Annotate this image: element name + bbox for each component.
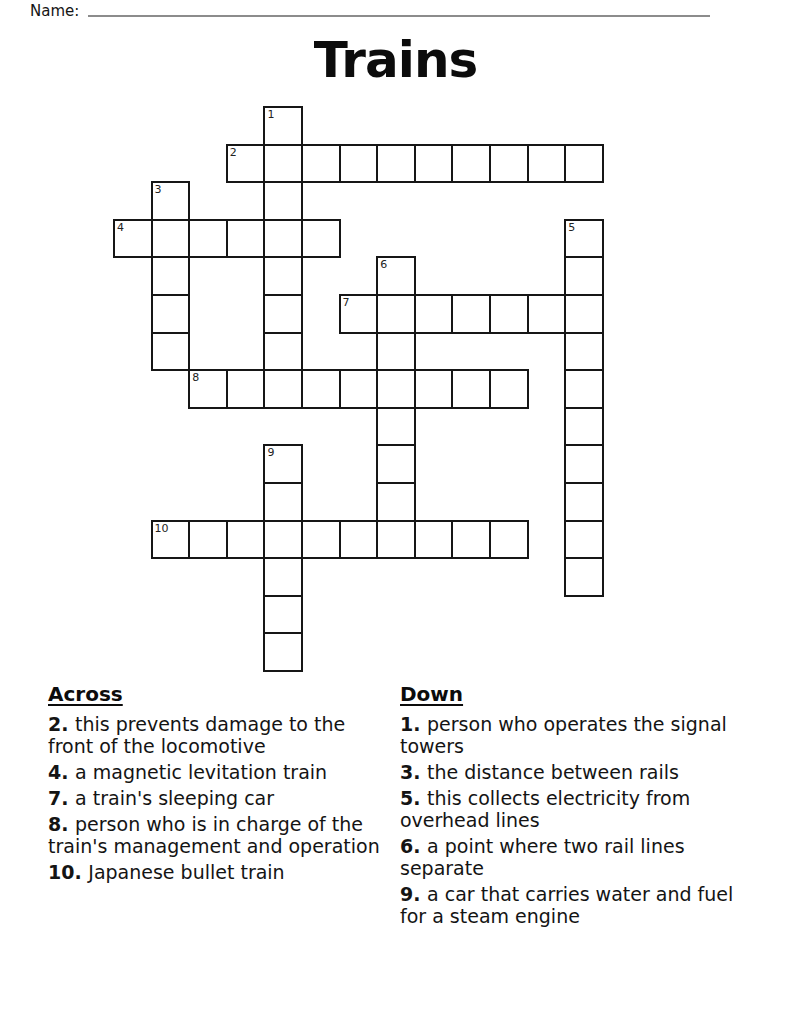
clue-number: 4 [117,221,124,234]
grid-cell[interactable] [414,144,454,184]
grid-cell[interactable] [489,520,529,560]
grid-cell[interactable] [451,144,491,184]
clue-text: the distance between rails [427,761,679,783]
grid-cell[interactable]: 6 [376,256,416,296]
grid-cell[interactable] [263,144,303,184]
clue-item: 2. this prevents damage to the front of … [48,713,388,757]
grid-cell[interactable] [188,520,228,560]
grid-cell[interactable] [263,256,303,296]
grid-cell[interactable]: 10 [151,520,191,560]
grid-cell[interactable]: 5 [564,219,604,259]
clue-text: a magnetic levitation train [75,761,327,783]
clue-number-label: 5. [400,787,427,809]
grid-cell[interactable] [188,219,228,259]
down-clue-list: 1. person who operates the signal towers… [400,713,745,927]
grid-cell[interactable] [414,294,454,334]
grid-cell[interactable] [226,219,266,259]
grid-cell[interactable] [151,332,191,372]
clue-item: 8. person who is in charge of the train'… [48,813,388,857]
clue-item: 6. a point where two rail lines separate [400,835,745,879]
grid-cell[interactable] [263,294,303,334]
clue-number: 5 [568,221,575,234]
grid-cell[interactable] [489,294,529,334]
grid-cell[interactable]: 9 [263,444,303,484]
grid-cell[interactable] [376,294,416,334]
grid-cell[interactable] [263,520,303,560]
clue-item: 1. person who operates the signal towers [400,713,745,757]
grid-cell[interactable] [263,181,303,221]
grid-cell[interactable] [339,520,379,560]
grid-cell[interactable] [263,595,303,635]
clue-number-label: 6. [400,835,427,857]
grid-cell[interactable] [151,256,191,296]
grid-cell[interactable]: 3 [151,181,191,221]
clue-number: 3 [155,183,162,196]
grid-cell[interactable] [376,482,416,522]
clue-item: 3. the distance between rails [400,761,745,783]
grid-cell[interactable] [376,444,416,484]
clue-text: Japanese bullet train [88,861,284,883]
grid-cell[interactable] [263,482,303,522]
grid-cell[interactable] [376,144,416,184]
grid-cell[interactable] [564,256,604,296]
grid-cell[interactable] [564,557,604,597]
grid-cell[interactable] [451,294,491,334]
grid-cell[interactable] [376,407,416,447]
grid-cell[interactable] [564,294,604,334]
clue-text: a car that carries water and fuel for a … [400,883,733,927]
clue-number-label: 2. [48,713,75,735]
grid-cell[interactable] [301,369,341,409]
clue-number-label: 10. [48,861,88,883]
grid-cell[interactable] [489,144,529,184]
grid-cell[interactable] [339,144,379,184]
grid-cell[interactable]: 7 [339,294,379,334]
clue-text: a point where two rail lines separate [400,835,685,879]
down-header: Down [400,682,745,706]
clue-number-label: 9. [400,883,427,905]
grid-cell[interactable] [376,332,416,372]
grid-cell[interactable] [451,520,491,560]
grid-cell[interactable] [451,369,491,409]
grid-cell[interactable] [376,520,416,560]
clue-number: 9 [267,446,274,459]
clue-number: 6 [380,258,387,271]
clue-number: 1 [267,108,274,121]
grid-cell[interactable] [564,520,604,560]
grid-cell[interactable] [263,557,303,597]
clue-item: 10. Japanese bullet train [48,861,388,883]
clue-number: 10 [155,522,169,535]
across-clues-section: Across 2. this prevents damage to the fr… [48,682,388,887]
grid-cell[interactable] [263,219,303,259]
grid-cell[interactable] [489,369,529,409]
grid-cell[interactable] [564,332,604,372]
grid-cell[interactable] [414,520,454,560]
grid-cell[interactable] [564,144,604,184]
grid-cell[interactable]: 4 [113,219,153,259]
clue-number-label: 4. [48,761,75,783]
grid-cell[interactable] [263,632,303,672]
clue-item: 4. a magnetic levitation train [48,761,388,783]
clue-item: 7. a train's sleeping car [48,787,388,809]
grid-cell[interactable] [301,520,341,560]
worksheet-page: Name: Trains 12345678910 Across 2. this … [0,0,791,1024]
clue-number: 2 [230,146,237,159]
grid-cell[interactable] [527,294,567,334]
clue-number-label: 1. [400,713,427,735]
clue-number: 8 [192,371,199,384]
grid-cell[interactable] [564,482,604,522]
grid-cell[interactable] [226,369,266,409]
grid-cell[interactable]: 8 [188,369,228,409]
clue-number-label: 7. [48,787,75,809]
clue-text: this prevents damage to the front of the… [48,713,345,757]
grid-cell[interactable] [151,219,191,259]
clue-number-label: 3. [400,761,427,783]
clue-text: person who is in charge of the train's m… [48,813,380,857]
name-label: Name: [30,2,79,20]
grid-cell[interactable]: 1 [263,106,303,146]
clue-number-label: 8. [48,813,75,835]
grid-cell[interactable] [151,294,191,334]
crossword-grid: 12345678910 [113,106,605,673]
down-clues-section: Down 1. person who operates the signal t… [400,682,745,931]
puzzle-title: Trains [0,31,791,89]
grid-cell[interactable] [414,369,454,409]
grid-cell[interactable] [564,369,604,409]
grid-cell[interactable] [527,144,567,184]
clue-item: 9. a car that carries water and fuel for… [400,883,745,927]
grid-cell[interactable] [564,407,604,447]
name-fill-line[interactable] [88,0,710,17]
grid-cell[interactable] [564,444,604,484]
grid-cell[interactable] [263,332,303,372]
grid-cell[interactable] [339,369,379,409]
clue-text: a train's sleeping car [75,787,274,809]
clue-text: this collects electricity from overhead … [400,787,690,831]
grid-cell[interactable] [376,369,416,409]
clue-text: person who operates the signal towers [400,713,727,757]
clue-number: 7 [343,296,350,309]
across-clue-list: 2. this prevents damage to the front of … [48,713,388,883]
grid-cell[interactable] [301,219,341,259]
grid-cell[interactable]: 2 [226,144,266,184]
grid-cell[interactable] [301,144,341,184]
grid-cell[interactable] [263,369,303,409]
grid-cell[interactable] [226,520,266,560]
across-header: Across [48,682,388,706]
clue-item: 5. this collects electricity from overhe… [400,787,745,831]
